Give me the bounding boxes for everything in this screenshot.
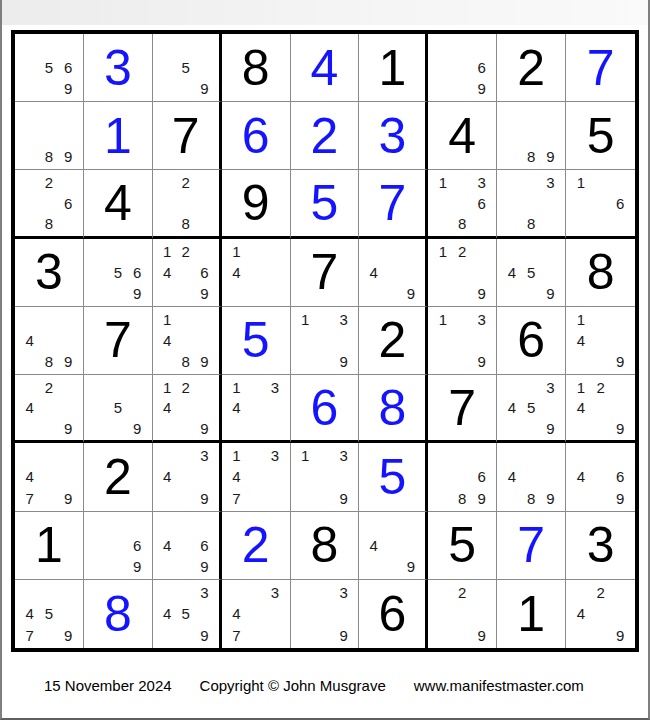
cell-r2c5[interactable]: 2 xyxy=(291,102,360,170)
candidate-grid: 249 xyxy=(15,375,83,440)
cell-r6c7[interactable]: 7 xyxy=(428,375,497,443)
candidate-grid: 489 xyxy=(15,307,83,374)
candidate-digit: 9 xyxy=(541,487,560,508)
candidate-digit: 5 xyxy=(39,603,58,624)
cell-r4c3[interactable]: 12469 xyxy=(153,239,222,307)
candidate-digit: 9 xyxy=(59,625,78,646)
candidate-digit: 9 xyxy=(541,283,560,304)
candidate-digit: 3 xyxy=(472,309,491,330)
candidate-grid: 268 xyxy=(15,170,83,235)
candidate-digit: 1 xyxy=(158,309,177,330)
candidate-digit: 4 xyxy=(571,330,591,351)
candidate-grid: 139 xyxy=(291,443,359,510)
cell-r7c6[interactable]: 5 xyxy=(359,443,428,511)
candidate-digit: 9 xyxy=(402,556,421,577)
candidate-digit: 8 xyxy=(39,213,58,233)
candidate-digit: 9 xyxy=(195,283,214,304)
candidate-grid: 3459 xyxy=(153,580,219,648)
cell-r8c6[interactable]: 49 xyxy=(359,512,428,580)
given-digit: 6 xyxy=(517,315,545,365)
cell-r1c6[interactable]: 1 xyxy=(359,34,428,102)
candidate-digit: 9 xyxy=(610,487,630,508)
candidate-grid: 569 xyxy=(15,34,83,101)
cell-r5c2[interactable]: 7 xyxy=(84,307,153,375)
candidate-digit: 9 xyxy=(195,418,214,438)
solved-digit: 6 xyxy=(242,111,270,161)
given-digit: 7 xyxy=(172,111,200,161)
candidate-digit: 4 xyxy=(502,398,521,418)
cell-r9c8[interactable]: 1 xyxy=(497,580,566,648)
candidate-digit: 2 xyxy=(176,377,195,397)
candidate-digit: 1 xyxy=(571,309,591,330)
candidate-digit: 4 xyxy=(227,262,246,283)
candidate-digit: 3 xyxy=(334,582,353,603)
cell-r3c3[interactable]: 28 xyxy=(153,170,222,238)
candidate-digit: 5 xyxy=(176,57,195,78)
candidate-grid: 489 xyxy=(497,443,565,510)
candidate-digit: 2 xyxy=(39,172,58,192)
cell-r9c4[interactable]: 347 xyxy=(222,580,291,648)
solved-digit: 2 xyxy=(311,111,339,161)
candidate-digit: 7 xyxy=(20,625,39,646)
candidate-grid: 89 xyxy=(497,102,565,169)
candidate-digit: 2 xyxy=(453,241,472,262)
candidate-digit: 9 xyxy=(334,625,353,646)
cell-r6c3[interactable]: 1249 xyxy=(153,375,222,443)
candidate-digit: 9 xyxy=(472,351,491,372)
cell-r8c9[interactable]: 3 xyxy=(566,512,635,580)
cell-r4c1[interactable]: 3 xyxy=(15,239,84,307)
cell-r6c4[interactable]: 134 xyxy=(222,375,291,443)
candidate-grid: 1249 xyxy=(566,375,635,440)
given-digit: 9 xyxy=(242,178,270,228)
cell-r9c7[interactable]: 29 xyxy=(428,580,497,648)
candidate-digit: 4 xyxy=(20,330,39,351)
candidate-grid: 89 xyxy=(15,102,83,169)
solved-digit: 7 xyxy=(587,43,615,93)
solved-digit: 2 xyxy=(242,520,270,570)
cell-r5c4[interactable]: 5 xyxy=(222,307,291,375)
candidate-grid: 349 xyxy=(153,443,219,510)
candidate-digit: 9 xyxy=(334,487,353,508)
candidate-digit: 9 xyxy=(195,556,214,577)
candidate-digit: 9 xyxy=(472,487,491,508)
cell-r1c2[interactable]: 3 xyxy=(84,34,153,102)
candidate-digit: 4 xyxy=(227,603,246,624)
candidate-grid: 28 xyxy=(153,170,219,235)
candidate-grid: 479 xyxy=(15,443,83,510)
candidate-grid: 1249 xyxy=(153,375,219,440)
candidate-digit: 2 xyxy=(39,377,58,397)
candidate-digit: 4 xyxy=(571,466,591,487)
cell-r3c4[interactable]: 9 xyxy=(222,170,291,238)
candidate-digit: 9 xyxy=(59,418,78,438)
candidate-digit: 2 xyxy=(176,172,195,192)
given-digit: 3 xyxy=(587,520,615,570)
cell-r8c8[interactable]: 7 xyxy=(497,512,566,580)
cell-r3c6[interactable]: 7 xyxy=(359,170,428,238)
cell-r4c6[interactable]: 49 xyxy=(359,239,428,307)
cell-r3c2[interactable]: 4 xyxy=(84,170,153,238)
cell-r7c9[interactable]: 469 xyxy=(566,443,635,511)
candidate-digit: 9 xyxy=(59,146,78,167)
candidate-grid: 139 xyxy=(428,307,496,374)
given-digit: 7 xyxy=(448,383,476,433)
cell-r9c1[interactable]: 4579 xyxy=(15,580,84,648)
cell-r8c5[interactable]: 8 xyxy=(291,512,360,580)
candidate-digit: 8 xyxy=(522,146,541,167)
candidate-digit: 4 xyxy=(502,262,521,283)
candidate-digit: 9 xyxy=(59,487,78,508)
cell-r2c1[interactable]: 89 xyxy=(15,102,84,170)
cell-r7c2[interactable]: 2 xyxy=(84,443,153,511)
cell-r6c9[interactable]: 1249 xyxy=(566,375,635,443)
candidate-digit: 4 xyxy=(20,466,39,487)
candidate-digit: 1 xyxy=(158,377,177,397)
candidate-grid: 59 xyxy=(84,375,152,440)
cell-r6c2[interactable]: 59 xyxy=(84,375,153,443)
solved-digit: 7 xyxy=(517,520,545,570)
candidate-grid: 49 xyxy=(359,239,425,306)
cell-r9c9[interactable]: 249 xyxy=(566,580,635,648)
candidate-digit: 9 xyxy=(59,351,78,372)
cell-r9c6[interactable]: 6 xyxy=(359,580,428,648)
candidate-digit: 7 xyxy=(227,625,246,646)
solved-digit: 8 xyxy=(104,589,132,639)
candidate-grid: 16 xyxy=(566,170,635,235)
candidate-digit: 9 xyxy=(541,146,560,167)
candidate-grid: 469 xyxy=(566,443,635,510)
candidate-digit: 3 xyxy=(195,445,214,466)
cell-r2c7[interactable]: 4 xyxy=(428,102,497,170)
candidate-digit: 6 xyxy=(610,466,630,487)
candidate-digit: 9 xyxy=(610,625,630,646)
candidate-digit: 1 xyxy=(433,309,452,330)
candidate-digit: 4 xyxy=(158,535,177,556)
candidate-digit: 7 xyxy=(227,487,246,508)
candidate-digit: 1 xyxy=(433,172,452,192)
candidate-grid: 347 xyxy=(222,580,290,648)
candidate-digit: 4 xyxy=(571,398,591,418)
candidate-grid: 38 xyxy=(497,170,565,235)
candidate-digit: 9 xyxy=(402,283,421,304)
given-digit: 3 xyxy=(35,247,63,297)
candidate-digit: 9 xyxy=(195,487,214,508)
candidate-digit: 9 xyxy=(541,418,560,438)
candidate-digit: 3 xyxy=(265,445,284,466)
candidate-digit: 9 xyxy=(610,351,630,372)
cell-r8c1[interactable]: 1 xyxy=(15,512,84,580)
cell-r7c1[interactable]: 479 xyxy=(15,443,84,511)
cell-r1c3[interactable]: 59 xyxy=(153,34,222,102)
given-digit: 7 xyxy=(311,247,339,297)
candidate-grid: 149 xyxy=(566,307,635,374)
candidate-digit: 1 xyxy=(296,309,315,330)
candidate-digit: 6 xyxy=(127,262,146,283)
candidate-grid: 29 xyxy=(428,580,496,648)
candidate-digit: 6 xyxy=(472,57,491,78)
candidate-digit: 4 xyxy=(158,262,177,283)
cell-r9c2[interactable]: 8 xyxy=(84,580,153,648)
candidate-grid: 39 xyxy=(291,580,359,648)
cell-r2c9[interactable]: 5 xyxy=(566,102,635,170)
cell-r2c3[interactable]: 7 xyxy=(153,102,222,170)
candidate-digit: 6 xyxy=(59,193,78,213)
candidate-grid: 1368 xyxy=(428,170,496,235)
candidate-grid: 129 xyxy=(428,239,496,306)
cell-r5c1[interactable]: 489 xyxy=(15,307,84,375)
candidate-digit: 1 xyxy=(296,445,315,466)
candidate-digit: 5 xyxy=(176,603,195,624)
candidate-digit: 9 xyxy=(610,418,630,438)
cell-r4c7[interactable]: 129 xyxy=(428,239,497,307)
cell-r7c3[interactable]: 349 xyxy=(153,443,222,511)
footer-url: www.manifestmaster.com xyxy=(414,677,584,694)
cell-r5c7[interactable]: 139 xyxy=(428,307,497,375)
candidate-digit: 4 xyxy=(158,398,177,418)
candidate-digit: 4 xyxy=(227,398,246,418)
candidate-digit: 4 xyxy=(227,466,246,487)
cell-r4c9[interactable]: 8 xyxy=(566,239,635,307)
candidate-digit: 1 xyxy=(227,445,246,466)
candidate-grid: 69 xyxy=(428,34,496,101)
candidate-digit: 9 xyxy=(127,283,146,304)
candidate-digit: 7 xyxy=(20,487,39,508)
candidate-digit: 3 xyxy=(541,172,560,192)
candidate-grid: 139 xyxy=(291,307,359,374)
candidate-digit: 5 xyxy=(522,262,541,283)
footer-copyright: Copyright © John Musgrave xyxy=(200,677,386,694)
cell-r5c5[interactable]: 139 xyxy=(291,307,360,375)
window-top-bar xyxy=(2,0,648,25)
footer-date: 15 November 2024 xyxy=(44,677,172,694)
cell-r1c5[interactable]: 4 xyxy=(291,34,360,102)
candidate-digit: 1 xyxy=(158,241,177,262)
cell-r7c7[interactable]: 689 xyxy=(428,443,497,511)
candidate-digit: 4 xyxy=(158,330,177,351)
candidate-digit: 4 xyxy=(571,603,591,624)
candidate-digit: 3 xyxy=(265,582,284,603)
candidate-digit: 9 xyxy=(195,351,214,372)
candidate-grid: 469 xyxy=(153,512,219,579)
solved-digit: 5 xyxy=(242,315,270,365)
candidate-digit: 6 xyxy=(195,262,214,283)
candidate-digit: 9 xyxy=(127,418,146,438)
solved-digit: 7 xyxy=(378,178,406,228)
sudoku-board: 5693598416927891762348952684289571368381… xyxy=(11,30,639,652)
candidate-digit: 8 xyxy=(522,213,541,233)
candidate-digit: 4 xyxy=(364,535,383,556)
candidate-digit: 9 xyxy=(195,78,214,99)
cell-r4c8[interactable]: 459 xyxy=(497,239,566,307)
candidate-digit: 8 xyxy=(522,487,541,508)
candidate-grid: 12469 xyxy=(153,239,219,306)
cell-r2c6[interactable]: 3 xyxy=(359,102,428,170)
given-digit: 1 xyxy=(35,520,63,570)
candidate-grid: 249 xyxy=(566,580,635,648)
solved-digit: 5 xyxy=(311,178,339,228)
cell-r5c6[interactable]: 2 xyxy=(359,307,428,375)
candidate-digit: 6 xyxy=(472,193,491,213)
given-digit: 2 xyxy=(378,315,406,365)
candidate-grid: 3459 xyxy=(497,375,565,440)
given-digit: 2 xyxy=(104,452,132,502)
candidate-grid: 1489 xyxy=(153,307,219,374)
cell-r4c5[interactable]: 7 xyxy=(291,239,360,307)
cell-r3c7[interactable]: 1368 xyxy=(428,170,497,238)
candidate-grid: 569 xyxy=(84,239,152,306)
solved-digit: 3 xyxy=(104,43,132,93)
cell-r9c3[interactable]: 3459 xyxy=(153,580,222,648)
cell-r5c3[interactable]: 1489 xyxy=(153,307,222,375)
candidate-digit: 1 xyxy=(571,172,591,192)
candidate-digit: 9 xyxy=(472,625,491,646)
candidate-grid: 689 xyxy=(428,443,496,510)
candidate-digit: 8 xyxy=(176,213,195,233)
cell-r6c8[interactable]: 3459 xyxy=(497,375,566,443)
given-digit: 6 xyxy=(378,589,406,639)
cell-r7c4[interactable]: 1347 xyxy=(222,443,291,511)
candidate-grid: 69 xyxy=(84,512,152,579)
candidate-digit: 4 xyxy=(158,466,177,487)
candidate-digit: 3 xyxy=(195,582,214,603)
solved-digit: 6 xyxy=(311,383,339,433)
solved-digit: 5 xyxy=(378,452,406,502)
candidate-digit: 6 xyxy=(127,535,146,556)
candidate-digit: 2 xyxy=(453,582,472,603)
given-digit: 4 xyxy=(104,178,132,228)
candidate-grid: 14 xyxy=(222,239,290,306)
candidate-digit: 8 xyxy=(176,351,195,372)
candidate-digit: 6 xyxy=(195,535,214,556)
cell-r6c1[interactable]: 249 xyxy=(15,375,84,443)
given-digit: 8 xyxy=(311,520,339,570)
solved-digit: 8 xyxy=(378,383,406,433)
candidate-digit: 4 xyxy=(502,466,521,487)
given-digit: 1 xyxy=(517,589,545,639)
cell-r1c4[interactable]: 8 xyxy=(222,34,291,102)
candidate-digit: 9 xyxy=(472,283,491,304)
candidate-digit: 1 xyxy=(227,377,246,397)
solved-digit: 1 xyxy=(104,111,132,161)
candidate-digit: 5 xyxy=(108,262,127,283)
cell-r8c3[interactable]: 469 xyxy=(153,512,222,580)
given-digit: 4 xyxy=(448,111,476,161)
solved-digit: 4 xyxy=(311,43,339,93)
candidate-digit: 2 xyxy=(591,582,611,603)
solved-digit: 3 xyxy=(378,111,406,161)
candidate-digit: 3 xyxy=(472,172,491,192)
page: 5693598416927891762348952684289571368381… xyxy=(0,0,650,720)
cell-r3c1[interactable]: 268 xyxy=(15,170,84,238)
candidate-digit: 1 xyxy=(227,241,246,262)
candidate-grid: 49 xyxy=(359,512,425,579)
cell-r3c8[interactable]: 38 xyxy=(497,170,566,238)
candidate-digit: 3 xyxy=(334,445,353,466)
given-digit: 7 xyxy=(104,315,132,365)
cell-r6c5[interactable]: 6 xyxy=(291,375,360,443)
cell-r2c2[interactable]: 1 xyxy=(84,102,153,170)
candidate-digit: 4 xyxy=(20,398,39,418)
candidate-digit: 5 xyxy=(108,398,127,418)
cell-r8c7[interactable]: 5 xyxy=(428,512,497,580)
footer: 15 November 2024 Copyright © John Musgra… xyxy=(44,677,648,694)
candidate-digit: 5 xyxy=(522,398,541,418)
candidate-grid: 59 xyxy=(153,34,219,101)
candidate-digit: 6 xyxy=(610,193,630,213)
candidate-digit: 5 xyxy=(39,57,58,78)
candidate-digit: 1 xyxy=(571,377,591,397)
cell-r1c7[interactable]: 69 xyxy=(428,34,497,102)
candidate-digit: 9 xyxy=(472,78,491,99)
candidate-grid: 459 xyxy=(497,239,565,306)
cell-r1c1[interactable]: 569 xyxy=(15,34,84,102)
cell-r2c4[interactable]: 6 xyxy=(222,102,291,170)
given-digit: 1 xyxy=(378,43,406,93)
candidate-digit: 4 xyxy=(364,262,383,283)
given-digit: 5 xyxy=(448,520,476,570)
candidate-digit: 3 xyxy=(541,377,560,397)
given-digit: 8 xyxy=(242,43,270,93)
candidate-digit: 8 xyxy=(39,351,58,372)
cell-r8c2[interactable]: 69 xyxy=(84,512,153,580)
given-digit: 8 xyxy=(587,247,615,297)
candidate-digit: 3 xyxy=(265,377,284,397)
candidate-digit: 9 xyxy=(59,78,78,99)
cell-r4c4[interactable]: 14 xyxy=(222,239,291,307)
cell-r7c5[interactable]: 139 xyxy=(291,443,360,511)
candidate-digit: 6 xyxy=(59,57,78,78)
cell-r4c2[interactable]: 569 xyxy=(84,239,153,307)
cell-r9c5[interactable]: 39 xyxy=(291,580,360,648)
candidate-digit: 9 xyxy=(334,351,353,372)
candidate-digit: 6 xyxy=(472,466,491,487)
candidate-digit: 8 xyxy=(453,487,472,508)
candidate-grid: 1347 xyxy=(222,443,290,510)
given-digit: 2 xyxy=(517,43,545,93)
given-digit: 5 xyxy=(587,111,615,161)
candidate-digit: 8 xyxy=(39,146,58,167)
cell-r1c8[interactable]: 2 xyxy=(497,34,566,102)
candidate-digit: 2 xyxy=(591,377,611,397)
cell-r5c8[interactable]: 6 xyxy=(497,307,566,375)
candidate-digit: 8 xyxy=(453,213,472,233)
candidate-grid: 134 xyxy=(222,375,290,440)
cell-r1c9[interactable]: 7 xyxy=(566,34,635,102)
cell-r3c5[interactable]: 5 xyxy=(291,170,360,238)
candidate-digit: 9 xyxy=(195,625,214,646)
cell-r7c8[interactable]: 489 xyxy=(497,443,566,511)
candidate-grid: 4579 xyxy=(15,580,83,648)
cell-r2c8[interactable]: 89 xyxy=(497,102,566,170)
candidate-digit: 4 xyxy=(20,603,39,624)
cell-r6c6[interactable]: 8 xyxy=(359,375,428,443)
cell-r8c4[interactable]: 2 xyxy=(222,512,291,580)
cell-r5c9[interactable]: 149 xyxy=(566,307,635,375)
candidate-digit: 3 xyxy=(334,309,353,330)
candidate-digit: 4 xyxy=(158,603,177,624)
cell-r3c9[interactable]: 16 xyxy=(566,170,635,238)
candidate-digit: 9 xyxy=(127,556,146,577)
candidate-digit: 2 xyxy=(176,241,195,262)
candidate-digit: 1 xyxy=(433,241,452,262)
